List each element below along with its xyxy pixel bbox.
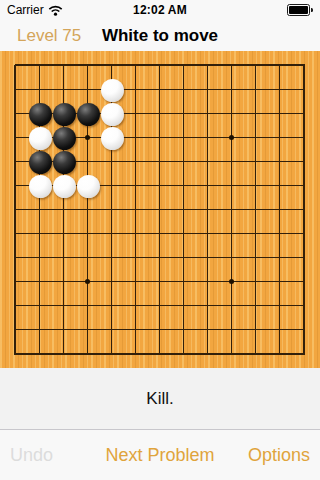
board-intersection[interactable] [268, 246, 292, 270]
board-intersection[interactable] [124, 318, 148, 342]
board-intersection[interactable] [52, 342, 76, 366]
board-intersection[interactable] [244, 318, 268, 342]
board-intersection[interactable] [268, 54, 292, 78]
board-intersection[interactable] [244, 126, 268, 150]
board-intersection[interactable] [292, 246, 316, 270]
board-intersection[interactable] [52, 270, 76, 294]
board-intersection[interactable] [52, 78, 76, 102]
white-stone [29, 127, 52, 150]
board-intersection[interactable] [196, 126, 220, 150]
board-intersection[interactable] [100, 54, 124, 78]
board-intersection[interactable] [4, 222, 28, 246]
board-intersection[interactable] [4, 246, 28, 270]
board-intersection[interactable] [292, 126, 316, 150]
board-intersection[interactable] [28, 318, 52, 342]
board-intersection[interactable] [292, 150, 316, 174]
board-intersection[interactable] [148, 126, 172, 150]
level-label: Level 75 [17, 26, 81, 46]
board-intersection[interactable] [4, 54, 28, 78]
board-intersection[interactable] [148, 318, 172, 342]
board-intersection[interactable] [196, 102, 220, 126]
board-intersection[interactable] [148, 342, 172, 366]
board-intersection[interactable] [52, 174, 76, 198]
board-intersection[interactable] [100, 198, 124, 222]
board-intersection[interactable] [148, 222, 172, 246]
board-intersection[interactable] [220, 54, 244, 78]
board-intersection[interactable] [196, 198, 220, 222]
board-intersection[interactable] [292, 270, 316, 294]
toolbar: Undo Next Problem Options [0, 430, 320, 480]
board-intersection[interactable] [100, 174, 124, 198]
board-intersection[interactable] [292, 102, 316, 126]
board-intersection[interactable] [220, 198, 244, 222]
board-intersection[interactable] [172, 126, 196, 150]
board-intersection[interactable] [220, 150, 244, 174]
board-intersection[interactable] [100, 126, 124, 150]
board-intersection[interactable] [148, 78, 172, 102]
board-intersection[interactable] [220, 78, 244, 102]
white-stone [29, 175, 52, 198]
board-intersection[interactable] [292, 294, 316, 318]
board-intersection[interactable] [4, 270, 28, 294]
board-intersection[interactable] [76, 342, 100, 366]
board-intersection[interactable] [196, 294, 220, 318]
board-intersection[interactable] [172, 198, 196, 222]
board-intersection[interactable] [100, 318, 124, 342]
board-intersection[interactable] [100, 294, 124, 318]
board-intersection[interactable] [220, 318, 244, 342]
board-intersection[interactable] [196, 246, 220, 270]
problem-instruction: Kill. [146, 389, 173, 409]
board-intersection[interactable] [52, 102, 76, 126]
board-intersection[interactable] [148, 198, 172, 222]
board-intersection[interactable] [148, 54, 172, 78]
board-intersection[interactable] [244, 102, 268, 126]
board-intersection[interactable] [28, 198, 52, 222]
board-intersection[interactable] [244, 174, 268, 198]
board-intersection[interactable] [124, 102, 148, 126]
board-intersection[interactable] [220, 102, 244, 126]
board-intersection[interactable] [76, 126, 100, 150]
board-intersection[interactable] [172, 150, 196, 174]
board-intersection[interactable] [268, 342, 292, 366]
black-stone [53, 103, 76, 126]
message-area: Kill. [0, 368, 320, 430]
battery-fill [289, 6, 308, 14]
board-intersection[interactable] [76, 150, 100, 174]
board-intersection[interactable] [52, 150, 76, 174]
board-intersection[interactable] [100, 78, 124, 102]
board-intersection[interactable] [124, 54, 148, 78]
board-intersection[interactable] [28, 246, 52, 270]
board-intersection[interactable] [220, 342, 244, 366]
board-intersection[interactable] [52, 318, 76, 342]
black-stone [29, 151, 52, 174]
board-intersection[interactable] [172, 54, 196, 78]
board-intersection[interactable] [76, 102, 100, 126]
board-intersection[interactable] [76, 174, 100, 198]
board-intersection[interactable] [220, 246, 244, 270]
board-intersection[interactable] [172, 246, 196, 270]
board-intersection[interactable] [52, 222, 76, 246]
options-button[interactable]: Options [248, 445, 310, 466]
white-stone [77, 175, 100, 198]
board-intersection[interactable] [28, 78, 52, 102]
board-intersection[interactable] [76, 78, 100, 102]
status-bar: Carrier 12:02 AM [0, 0, 320, 20]
board-intersection[interactable] [124, 270, 148, 294]
board-intersection[interactable] [76, 270, 100, 294]
board-intersection[interactable] [4, 78, 28, 102]
board-intersection[interactable] [28, 150, 52, 174]
board-intersection[interactable] [76, 294, 100, 318]
board-intersection[interactable] [196, 150, 220, 174]
star-point [85, 279, 90, 284]
board-intersection[interactable] [196, 270, 220, 294]
board-intersection[interactable] [172, 78, 196, 102]
board-intersection[interactable] [76, 222, 100, 246]
board-intersection[interactable] [76, 318, 100, 342]
board-intersection[interactable] [172, 318, 196, 342]
go-board[interactable] [4, 54, 316, 366]
board-intersection[interactable] [124, 198, 148, 222]
board-intersection[interactable] [196, 318, 220, 342]
board-intersection[interactable] [268, 102, 292, 126]
board-intersection[interactable] [244, 270, 268, 294]
board-intersection[interactable] [76, 54, 100, 78]
board-intersection[interactable] [244, 150, 268, 174]
board-intersection[interactable] [244, 342, 268, 366]
board-intersection[interactable] [172, 294, 196, 318]
board-intersection[interactable] [28, 174, 52, 198]
board-intersection[interactable] [196, 222, 220, 246]
board-intersection[interactable] [124, 126, 148, 150]
board-intersection[interactable] [4, 342, 28, 366]
board-intersection[interactable] [28, 342, 52, 366]
board-intersection[interactable] [268, 150, 292, 174]
board-intersection[interactable] [28, 294, 52, 318]
board-intersection[interactable] [220, 294, 244, 318]
board-intersection[interactable] [148, 270, 172, 294]
board-intersection[interactable] [292, 222, 316, 246]
board-intersection[interactable] [124, 246, 148, 270]
board-intersection[interactable] [196, 54, 220, 78]
board-intersection[interactable] [220, 270, 244, 294]
board-intersection[interactable] [100, 246, 124, 270]
board-intersection[interactable] [52, 54, 76, 78]
board-intersection[interactable] [268, 318, 292, 342]
board-intersection[interactable] [52, 294, 76, 318]
board-intersection[interactable] [100, 222, 124, 246]
board-intersection[interactable] [100, 150, 124, 174]
board-intersection[interactable] [148, 174, 172, 198]
nav-bar: White to move Level 75 [0, 20, 320, 51]
board-intersection[interactable] [172, 270, 196, 294]
board-intersection[interactable] [124, 150, 148, 174]
white-stone [101, 127, 124, 150]
board-intersection[interactable] [4, 150, 28, 174]
board-intersection[interactable] [172, 102, 196, 126]
board-intersection[interactable] [4, 318, 28, 342]
board-intersection[interactable] [52, 246, 76, 270]
board-intersection[interactable] [268, 78, 292, 102]
board-intersection[interactable] [4, 126, 28, 150]
board-intersection[interactable] [76, 246, 100, 270]
board-intersection[interactable] [220, 222, 244, 246]
board-intersection[interactable] [220, 174, 244, 198]
black-stone [29, 103, 52, 126]
board-intersection[interactable] [292, 78, 316, 102]
black-stone [53, 127, 76, 150]
board-intersection[interactable] [148, 246, 172, 270]
board-intersection[interactable] [4, 198, 28, 222]
black-stone [77, 103, 100, 126]
board-intersection[interactable] [268, 222, 292, 246]
star-point [85, 135, 90, 140]
board-intersection[interactable] [28, 102, 52, 126]
board-intersection[interactable] [28, 222, 52, 246]
board-intersection[interactable] [268, 270, 292, 294]
board-intersection[interactable] [172, 174, 196, 198]
board-intersection[interactable] [196, 78, 220, 102]
board-intersection[interactable] [124, 174, 148, 198]
white-stone [53, 175, 76, 198]
board-intersection[interactable] [100, 270, 124, 294]
board-intersection[interactable] [148, 294, 172, 318]
board-intersection[interactable] [172, 342, 196, 366]
board-intersection[interactable] [268, 126, 292, 150]
board-intersection[interactable] [28, 126, 52, 150]
board-intersection[interactable] [4, 174, 28, 198]
board-intersection[interactable] [220, 126, 244, 150]
board-intersection[interactable] [52, 126, 76, 150]
board-intersection[interactable] [52, 198, 76, 222]
board-intersection[interactable] [244, 78, 268, 102]
battery-nub [311, 8, 313, 12]
board-intersection[interactable] [244, 294, 268, 318]
board-intersection[interactable] [292, 342, 316, 366]
status-time: 12:02 AM [0, 3, 320, 17]
board-intersection[interactable] [172, 222, 196, 246]
board-intersection[interactable] [28, 270, 52, 294]
board-intersection[interactable] [76, 198, 100, 222]
black-stone [53, 151, 76, 174]
board-intersection[interactable] [28, 54, 52, 78]
status-right [287, 0, 313, 20]
star-point [229, 279, 234, 284]
board-intersection[interactable] [268, 294, 292, 318]
board-intersection[interactable] [124, 342, 148, 366]
board-intersection[interactable] [292, 174, 316, 198]
board-intersection[interactable] [244, 198, 268, 222]
board-intersection[interactable] [196, 174, 220, 198]
board-intersection[interactable] [292, 318, 316, 342]
board-intersection[interactable] [124, 294, 148, 318]
board-intersection[interactable] [244, 222, 268, 246]
board-intersection[interactable] [268, 198, 292, 222]
board-intersection[interactable] [244, 246, 268, 270]
board-intersection[interactable] [292, 198, 316, 222]
board-intersection[interactable] [100, 342, 124, 366]
white-stone [101, 79, 124, 102]
board-intersection[interactable] [148, 102, 172, 126]
board-intersection[interactable] [4, 102, 28, 126]
board-intersection[interactable] [196, 342, 220, 366]
board-intersection[interactable] [148, 150, 172, 174]
board-intersection[interactable] [268, 174, 292, 198]
battery-icon [287, 4, 313, 16]
app-screen: Carrier 12:02 AM White to move Level 75 … [0, 0, 320, 480]
board-area [0, 51, 320, 368]
board-intersection[interactable] [124, 222, 148, 246]
board-intersection[interactable] [124, 78, 148, 102]
board-intersection[interactable] [100, 102, 124, 126]
white-stone [101, 103, 124, 126]
battery-body [287, 4, 310, 16]
star-point [229, 135, 234, 140]
board-intersection[interactable] [292, 54, 316, 78]
board-intersection[interactable] [4, 294, 28, 318]
board-intersection[interactable] [244, 54, 268, 78]
